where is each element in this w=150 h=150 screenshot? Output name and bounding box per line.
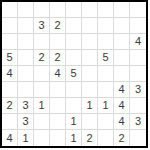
cell-r5c1[interactable]: 4: [2, 66, 18, 82]
cell-r4c6[interactable]: [82, 50, 98, 66]
cell-r6c5[interactable]: [66, 82, 82, 98]
cell-r1c4[interactable]: [50, 2, 66, 18]
cell-r9c5[interactable]: 1: [66, 130, 82, 146]
cell-r7c8[interactable]: 4: [114, 98, 130, 114]
cell-r1c7[interactable]: [98, 2, 114, 18]
cell-r2c5[interactable]: [66, 18, 82, 34]
cell-r5c8[interactable]: [114, 66, 130, 82]
cell-r1c3[interactable]: [34, 2, 50, 18]
cell-r4c3[interactable]: 2: [34, 50, 50, 66]
cell-r4c7[interactable]: 5: [98, 50, 114, 66]
cell-r2c9[interactable]: [130, 18, 146, 34]
cell-r1c2[interactable]: [18, 2, 34, 18]
puzzle-grid: 324522544543231114314341122: [0, 0, 148, 148]
cell-r2c7[interactable]: [98, 18, 114, 34]
cell-r6c3[interactable]: [34, 82, 50, 98]
cell-r8c8[interactable]: 4: [114, 114, 130, 130]
cell-r8c9[interactable]: 3: [130, 114, 146, 130]
cell-r3c4[interactable]: [50, 34, 66, 50]
cell-r3c6[interactable]: [82, 34, 98, 50]
cell-r7c6[interactable]: 1: [82, 98, 98, 114]
cell-r7c5[interactable]: [66, 98, 82, 114]
cell-r2c1[interactable]: [2, 18, 18, 34]
cell-r6c6[interactable]: [82, 82, 98, 98]
cell-r6c2[interactable]: [18, 82, 34, 98]
cell-r8c7[interactable]: [98, 114, 114, 130]
cell-r4c5[interactable]: [66, 50, 82, 66]
cell-r9c8[interactable]: 2: [114, 130, 130, 146]
cell-r5c9[interactable]: [130, 66, 146, 82]
cell-r1c1[interactable]: [2, 2, 18, 18]
cell-r9c7[interactable]: [98, 130, 114, 146]
cell-r9c2[interactable]: 1: [18, 130, 34, 146]
cell-r9c6[interactable]: 2: [82, 130, 98, 146]
cell-r2c8[interactable]: [114, 18, 130, 34]
cell-r3c1[interactable]: [2, 34, 18, 50]
cell-r9c1[interactable]: 4: [2, 130, 18, 146]
cell-r1c9[interactable]: [130, 2, 146, 18]
cell-r3c2[interactable]: [18, 34, 34, 50]
cell-r4c8[interactable]: [114, 50, 130, 66]
cell-r1c5[interactable]: [66, 2, 82, 18]
cell-r2c4[interactable]: 2: [50, 18, 66, 34]
cell-r8c1[interactable]: [2, 114, 18, 130]
cell-r4c1[interactable]: 5: [2, 50, 18, 66]
cell-r5c6[interactable]: [82, 66, 98, 82]
cell-r4c4[interactable]: 2: [50, 50, 66, 66]
cell-r6c1[interactable]: [2, 82, 18, 98]
cell-r8c6[interactable]: [82, 114, 98, 130]
cell-r2c2[interactable]: [18, 18, 34, 34]
cell-r3c9[interactable]: 4: [130, 34, 146, 50]
cell-r2c6[interactable]: [82, 18, 98, 34]
cell-r9c9[interactable]: [130, 130, 146, 146]
cell-r5c7[interactable]: [98, 66, 114, 82]
cell-r3c8[interactable]: [114, 34, 130, 50]
cell-r6c7[interactable]: [98, 82, 114, 98]
cell-r7c3[interactable]: 1: [34, 98, 50, 114]
cell-r7c2[interactable]: 3: [18, 98, 34, 114]
cell-r3c3[interactable]: [34, 34, 50, 50]
cell-r9c3[interactable]: [34, 130, 50, 146]
cell-r5c3[interactable]: [34, 66, 50, 82]
cell-r7c7[interactable]: 1: [98, 98, 114, 114]
cell-r3c5[interactable]: [66, 34, 82, 50]
cell-r1c6[interactable]: [82, 2, 98, 18]
cell-r4c2[interactable]: [18, 50, 34, 66]
cell-r6c9[interactable]: 3: [130, 82, 146, 98]
cell-r8c3[interactable]: [34, 114, 50, 130]
cell-r4c9[interactable]: [130, 50, 146, 66]
cell-r8c2[interactable]: 3: [18, 114, 34, 130]
cell-r8c5[interactable]: 1: [66, 114, 82, 130]
cell-r6c4[interactable]: [50, 82, 66, 98]
cell-r2c3[interactable]: 3: [34, 18, 50, 34]
cell-r5c5[interactable]: 5: [66, 66, 82, 82]
cell-r8c4[interactable]: [50, 114, 66, 130]
cell-r5c4[interactable]: 4: [50, 66, 66, 82]
cell-r9c4[interactable]: [50, 130, 66, 146]
cell-r7c9[interactable]: [130, 98, 146, 114]
cell-r6c8[interactable]: 4: [114, 82, 130, 98]
cell-r7c4[interactable]: [50, 98, 66, 114]
cell-r7c1[interactable]: 2: [2, 98, 18, 114]
cell-r1c8[interactable]: [114, 2, 130, 18]
cell-r3c7[interactable]: [98, 34, 114, 50]
cell-r5c2[interactable]: [18, 66, 34, 82]
